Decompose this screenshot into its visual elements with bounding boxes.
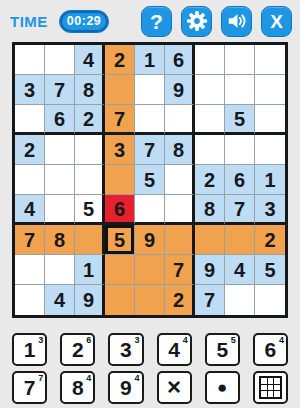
cell-r1c4[interactable]: 2 [105,45,135,75]
cell-r8c2[interactable] [45,255,75,285]
cell-r7c8[interactable] [225,225,255,255]
settings-button[interactable] [181,6,212,37]
x-erase-icon: × [167,375,181,399]
cell-r1c1[interactable] [15,45,45,75]
cell-r1c7[interactable] [195,45,225,75]
pad-button-7[interactable]: 77 [12,371,47,404]
cell-r4c5[interactable]: 7 [135,135,165,165]
dot-icon: ● [217,379,227,396]
cell-r8c7[interactable]: 9 [195,255,225,285]
pad-number-label: 4 [168,339,180,360]
cell-r9c7[interactable]: 7 [195,285,225,315]
timer: 00:29 [59,10,109,33]
cell-r9c1[interactable] [15,285,45,315]
cell-r8c3[interactable]: 1 [75,255,105,285]
cell-r3c5[interactable] [135,105,165,135]
cell-r9c4[interactable] [105,285,135,315]
grid-icon [259,376,282,399]
top-bar: TIME 00:29 ? [10,4,292,38]
cell-r4c2[interactable] [45,135,75,165]
cell-r7c1[interactable]: 7 [15,225,45,255]
cell-r3c2[interactable]: 6 [45,105,75,135]
cell-r2c9[interactable] [255,75,285,105]
cell-r7c7[interactable] [195,225,225,255]
cell-r6c1[interactable]: 4 [15,195,45,225]
pad-number-label: 1 [24,339,36,360]
cell-r6c7[interactable]: 8 [195,195,225,225]
pad-number-label: 2 [72,339,84,360]
cell-r6c4[interactable]: 6 [105,195,135,225]
cell-r6c3[interactable]: 5 [75,195,105,225]
timer-value: 00:29 [67,14,101,28]
numpad-row-1: 132633445564 [12,333,288,366]
cell-r5c9[interactable]: 1 [255,165,285,195]
cell-r1c9[interactable] [255,45,285,75]
cell-r3c1[interactable] [15,105,45,135]
cell-r7c4[interactable]: 5 [105,225,135,255]
cell-r9c2[interactable]: 4 [45,285,75,315]
cell-r7c6[interactable] [165,225,195,255]
cell-r5c7[interactable]: 2 [195,165,225,195]
cell-r2c5[interactable] [135,75,165,105]
cell-r3c9[interactable] [255,105,285,135]
cell-r9c3[interactable]: 9 [75,285,105,315]
cell-r6c5[interactable] [135,195,165,225]
cell-r5c8[interactable]: 6 [225,165,255,195]
cell-r3c3[interactable]: 2 [75,105,105,135]
pad-number-label: 7 [24,377,36,398]
cell-r3c8[interactable]: 5 [225,105,255,135]
cell-r4c6[interactable]: 8 [165,135,195,165]
pad-count-badge: 3 [38,336,43,345]
cell-r9c9[interactable] [255,285,285,315]
cell-r3c7[interactable] [195,105,225,135]
cell-r9c6[interactable]: 2 [165,285,195,315]
pad-count-badge: 3 [134,336,139,345]
pad-button-6[interactable]: 64 [253,333,288,366]
pad-count-badge: 5 [231,336,236,345]
cell-r3c6[interactable] [165,105,195,135]
cell-r9c8[interactable] [225,285,255,315]
cell-r2c3[interactable]: 8 [75,75,105,105]
pad-button-3[interactable]: 33 [108,333,143,366]
pad-number-label: 8 [72,377,84,398]
speaker-icon [226,10,248,32]
cell-r2c2[interactable]: 7 [45,75,75,105]
cell-r5c6[interactable] [165,165,195,195]
cell-r1c3[interactable]: 4 [75,45,105,75]
numpad-row-2: 778494×● [12,371,288,404]
number-pad: 132633445564 778494×● [12,333,288,408]
pad-count-badge: 4 [279,336,284,345]
pad-count-badge: 4 [86,374,91,383]
header-buttons: ? X [141,6,292,37]
pad-number-label: 6 [265,339,277,360]
close-button[interactable]: X [261,6,292,37]
cell-r4c1[interactable]: 2 [15,135,45,165]
notes-grid-button[interactable] [253,371,288,404]
sudoku-board: 4216378962752378526145687378592179454927 [12,42,288,318]
cell-r3c4[interactable]: 7 [105,105,135,135]
cell-r7c9[interactable]: 2 [255,225,285,255]
pad-button-1[interactable]: 13 [12,333,47,366]
pad-count-badge: 4 [134,374,139,383]
cell-r8c5[interactable] [135,255,165,285]
cell-r7c5[interactable]: 9 [135,225,165,255]
cell-r5c4[interactable] [105,165,135,195]
cell-r5c2[interactable] [45,165,75,195]
pad-count-badge: 7 [38,374,43,383]
cell-r8c6[interactable]: 7 [165,255,195,285]
cell-r8c8[interactable]: 4 [225,255,255,285]
cell-r1c2[interactable] [45,45,75,75]
pad-button-8[interactable]: 84 [60,371,95,404]
pad-number-label: 9 [120,377,132,398]
cell-r8c9[interactable]: 5 [255,255,285,285]
gear-icon [186,10,208,32]
sound-button[interactable] [221,6,252,37]
help-button[interactable]: ? [141,6,172,37]
pad-count-badge: 4 [183,336,188,345]
pad-number-label: 3 [120,339,132,360]
cell-r4c8[interactable] [225,135,255,165]
cell-r5c5[interactable]: 5 [135,165,165,195]
pad-button-5[interactable]: 55 [205,333,240,366]
time-label: TIME [10,13,48,30]
cell-r8c4[interactable] [105,255,135,285]
cell-r5c3[interactable] [75,165,105,195]
cell-r7c3[interactable] [75,225,105,255]
cell-r4c7[interactable] [195,135,225,165]
cell-r6c9[interactable]: 3 [255,195,285,225]
cell-r4c4[interactable]: 3 [105,135,135,165]
pad-number-label: 5 [216,339,228,360]
cell-r2c7[interactable] [195,75,225,105]
cell-r7c2[interactable]: 8 [45,225,75,255]
cell-r2c1[interactable]: 3 [15,75,45,105]
cell-r1c5[interactable]: 1 [135,45,165,75]
cell-r2c6[interactable]: 9 [165,75,195,105]
pencil-mark-button[interactable]: ● [205,371,240,404]
cell-r5c1[interactable] [15,165,45,195]
cell-r1c8[interactable] [225,45,255,75]
cell-r2c8[interactable] [225,75,255,105]
cell-r6c8[interactable]: 7 [225,195,255,225]
cell-r4c9[interactable] [255,135,285,165]
pad-count-badge: 6 [86,336,91,345]
question-mark-icon: ? [150,11,163,32]
cell-r1c6[interactable]: 6 [165,45,195,75]
cell-r2c4[interactable] [105,75,135,105]
erase-button[interactable]: × [157,371,192,404]
x-icon: X [270,12,283,31]
cell-r4c3[interactable] [75,135,105,165]
cell-r9c5[interactable] [135,285,165,315]
cell-r8c1[interactable] [15,255,45,285]
pad-button-2[interactable]: 26 [60,333,95,366]
pad-button-4[interactable]: 44 [157,333,192,366]
pad-button-9[interactable]: 94 [108,371,143,404]
cell-r6c6[interactable] [165,195,195,225]
cell-r6c2[interactable] [45,195,75,225]
